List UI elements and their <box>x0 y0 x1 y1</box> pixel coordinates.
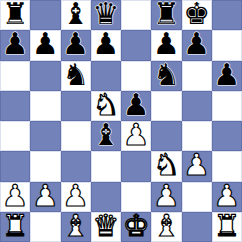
piece-black-rook-f8[interactable]: ♜ <box>153 0 180 29</box>
square-h8[interactable] <box>212 0 242 30</box>
piece-white-king-e1[interactable]: ♚ <box>123 212 150 241</box>
piece-black-knight-c6[interactable]: ♞ <box>62 61 89 90</box>
square-f4[interactable] <box>151 121 181 151</box>
square-c5[interactable] <box>61 91 91 121</box>
piece-black-pawn-g7[interactable]: ♟ <box>183 30 210 59</box>
square-d2[interactable] <box>91 182 121 212</box>
square-a4[interactable] <box>0 121 30 151</box>
square-e5[interactable]: ♟ <box>121 91 151 121</box>
square-a2[interactable]: ♟ <box>0 182 30 212</box>
piece-black-pawn-b7[interactable]: ♟ <box>32 30 59 59</box>
piece-black-pawn-d7[interactable]: ♟ <box>92 30 119 59</box>
square-h2[interactable]: ♟ <box>212 182 242 212</box>
square-h3[interactable] <box>212 151 242 181</box>
square-h5[interactable] <box>212 91 242 121</box>
piece-white-bishop-f1[interactable]: ♝ <box>153 212 180 241</box>
square-e6[interactable] <box>121 61 151 91</box>
square-g3[interactable]: ♟ <box>182 151 212 181</box>
square-a6[interactable] <box>0 61 30 91</box>
piece-black-rook-a8[interactable]: ♜ <box>2 0 29 29</box>
piece-black-bishop-c8[interactable]: ♝ <box>62 0 89 29</box>
piece-black-knight-f6[interactable]: ♞ <box>153 61 180 90</box>
square-f7[interactable]: ♟ <box>151 30 181 60</box>
square-d3[interactable] <box>91 151 121 181</box>
square-c7[interactable]: ♟ <box>61 30 91 60</box>
piece-white-queen-d1[interactable]: ♛ <box>92 212 119 241</box>
square-c6[interactable]: ♞ <box>61 61 91 91</box>
square-f3[interactable]: ♞ <box>151 151 181 181</box>
chess-board: ♜♝♛♜♚♟♟♟♟♟♟♞♞♟♞♟♝♟♞♟♟♟♟♟♟♜♝♛♚♝♜ <box>0 0 242 242</box>
piece-white-pawn-g3[interactable]: ♟ <box>183 151 210 180</box>
square-b5[interactable] <box>30 91 60 121</box>
piece-white-rook-a1[interactable]: ♜ <box>2 212 29 241</box>
square-h6[interactable]: ♟ <box>212 61 242 91</box>
piece-black-king-g8[interactable]: ♚ <box>183 0 210 29</box>
square-d4[interactable]: ♝ <box>91 121 121 151</box>
square-g7[interactable]: ♟ <box>182 30 212 60</box>
square-f6[interactable]: ♞ <box>151 61 181 91</box>
square-g1[interactable] <box>182 212 212 242</box>
piece-white-pawn-a2[interactable]: ♟ <box>2 182 29 211</box>
square-e3[interactable] <box>121 151 151 181</box>
square-d6[interactable] <box>91 61 121 91</box>
piece-black-pawn-c7[interactable]: ♟ <box>62 30 89 59</box>
square-a8[interactable]: ♜ <box>0 0 30 30</box>
square-b6[interactable] <box>30 61 60 91</box>
piece-black-bishop-d4[interactable]: ♝ <box>92 121 119 150</box>
square-e2[interactable] <box>121 182 151 212</box>
square-d1[interactable]: ♛ <box>91 212 121 242</box>
square-b7[interactable]: ♟ <box>30 30 60 60</box>
piece-white-knight-f3[interactable]: ♞ <box>153 151 180 180</box>
piece-black-pawn-h6[interactable]: ♟ <box>213 61 240 90</box>
square-c2[interactable]: ♟ <box>61 182 91 212</box>
piece-white-knight-d5[interactable]: ♞ <box>92 91 119 120</box>
piece-black-pawn-a7[interactable]: ♟ <box>2 30 29 59</box>
square-h7[interactable] <box>212 30 242 60</box>
square-c4[interactable] <box>61 121 91 151</box>
square-g8[interactable]: ♚ <box>182 0 212 30</box>
square-f5[interactable] <box>151 91 181 121</box>
piece-white-pawn-e4[interactable]: ♟ <box>123 121 150 150</box>
piece-white-pawn-h2[interactable]: ♟ <box>213 182 240 211</box>
square-a7[interactable]: ♟ <box>0 30 30 60</box>
square-a3[interactable] <box>0 151 30 181</box>
square-c1[interactable]: ♝ <box>61 212 91 242</box>
square-d8[interactable]: ♛ <box>91 0 121 30</box>
square-g2[interactable] <box>182 182 212 212</box>
square-b3[interactable] <box>30 151 60 181</box>
square-h1[interactable]: ♜ <box>212 212 242 242</box>
chess-board-container: ♜♝♛♜♚♟♟♟♟♟♟♞♞♟♞♟♝♟♞♟♟♟♟♟♟♜♝♛♚♝♜ <box>0 0 242 242</box>
square-g4[interactable] <box>182 121 212 151</box>
square-d5[interactable]: ♞ <box>91 91 121 121</box>
piece-black-pawn-f7[interactable]: ♟ <box>153 30 180 59</box>
piece-white-pawn-c2[interactable]: ♟ <box>62 182 89 211</box>
square-b1[interactable] <box>30 212 60 242</box>
piece-white-pawn-f2[interactable]: ♟ <box>153 182 180 211</box>
square-b8[interactable] <box>30 0 60 30</box>
piece-black-pawn-e5[interactable]: ♟ <box>123 91 150 120</box>
square-g6[interactable] <box>182 61 212 91</box>
piece-white-bishop-c1[interactable]: ♝ <box>62 212 89 241</box>
square-f8[interactable]: ♜ <box>151 0 181 30</box>
square-c8[interactable]: ♝ <box>61 0 91 30</box>
square-d7[interactable]: ♟ <box>91 30 121 60</box>
square-a1[interactable]: ♜ <box>0 212 30 242</box>
square-c3[interactable] <box>61 151 91 181</box>
piece-black-queen-d8[interactable]: ♛ <box>92 0 119 29</box>
square-e1[interactable]: ♚ <box>121 212 151 242</box>
square-h4[interactable] <box>212 121 242 151</box>
piece-white-pawn-b2[interactable]: ♟ <box>32 182 59 211</box>
square-b2[interactable]: ♟ <box>30 182 60 212</box>
square-b4[interactable] <box>30 121 60 151</box>
square-f1[interactable]: ♝ <box>151 212 181 242</box>
square-a5[interactable] <box>0 91 30 121</box>
square-e7[interactable] <box>121 30 151 60</box>
square-e8[interactable] <box>121 0 151 30</box>
square-f2[interactable]: ♟ <box>151 182 181 212</box>
square-e4[interactable]: ♟ <box>121 121 151 151</box>
piece-white-rook-h1[interactable]: ♜ <box>213 212 240 241</box>
square-g5[interactable] <box>182 91 212 121</box>
